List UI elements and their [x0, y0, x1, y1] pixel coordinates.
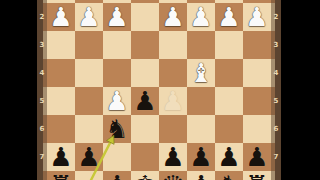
square-b7[interactable]: ♟	[215, 143, 243, 171]
square-g7[interactable]: ♟	[75, 143, 103, 171]
square-h6[interactable]	[47, 115, 75, 143]
piece-black-bishop[interactable]: ♝	[103, 171, 131, 180]
piece-black-pawn[interactable]: ♟	[131, 87, 159, 115]
square-g4[interactable]	[75, 59, 103, 87]
piece-white-pawn[interactable]: ♟	[103, 87, 131, 115]
square-h7[interactable]: ♟	[47, 143, 75, 171]
ghost-piece-white-pawn: ♟	[159, 87, 187, 115]
piece-black-pawn[interactable]: ♟	[243, 143, 271, 171]
square-h2[interactable]: ♟	[47, 3, 75, 31]
piece-black-king[interactable]: ♚	[131, 171, 159, 180]
square-g8[interactable]	[75, 171, 103, 180]
rank-label-6: 6	[37, 115, 47, 143]
rank-label-7: 7	[271, 143, 281, 171]
piece-white-pawn[interactable]: ♟	[243, 3, 271, 31]
piece-black-pawn[interactable]: ♟	[159, 143, 187, 171]
piece-black-rook[interactable]: ♜	[243, 171, 271, 180]
piece-black-pawn[interactable]: ♟	[47, 143, 75, 171]
rank-label-5: 5	[37, 87, 47, 115]
square-h3[interactable]	[47, 31, 75, 59]
rank-label-6: 6	[271, 115, 281, 143]
square-e5[interactable]: ♟	[131, 87, 159, 115]
border-notch	[271, 171, 275, 180]
square-a3[interactable]	[243, 31, 271, 59]
square-b4[interactable]	[215, 59, 243, 87]
square-e6[interactable]	[131, 115, 159, 143]
piece-white-pawn[interactable]: ♟	[215, 3, 243, 31]
square-a5[interactable]	[243, 87, 271, 115]
board-viewport: 234567 234567 ♜♞♚♛♝♞♜♟♟♟♟♟♟♟♝♟♟♟♞♟♟♟♟♟♟♜…	[0, 0, 320, 180]
square-c2[interactable]: ♟	[187, 3, 215, 31]
square-a4[interactable]	[243, 59, 271, 87]
square-d6[interactable]	[159, 115, 187, 143]
piece-black-knight[interactable]: ♞	[215, 171, 243, 180]
square-e4[interactable]	[131, 59, 159, 87]
square-c4[interactable]: ♝	[187, 59, 215, 87]
piece-black-pawn[interactable]: ♟	[75, 143, 103, 171]
rank-label-2: 2	[271, 3, 281, 31]
piece-white-pawn[interactable]: ♟	[75, 3, 103, 31]
square-f2[interactable]: ♟	[103, 3, 131, 31]
square-b6[interactable]	[215, 115, 243, 143]
square-b5[interactable]	[215, 87, 243, 115]
square-a8[interactable]: ♜	[243, 171, 271, 180]
square-g3[interactable]	[75, 31, 103, 59]
square-b3[interactable]	[215, 31, 243, 59]
piece-white-bishop[interactable]: ♝	[187, 59, 215, 87]
square-g5[interactable]	[75, 87, 103, 115]
square-f7[interactable]	[103, 143, 131, 171]
square-e8[interactable]: ♚	[131, 171, 159, 180]
square-b8[interactable]: ♞	[215, 171, 243, 180]
square-e2[interactable]	[131, 3, 159, 31]
square-d8[interactable]: ♛	[159, 171, 187, 180]
square-d5[interactable]: ♟	[159, 87, 187, 115]
piece-black-rook[interactable]: ♜	[47, 171, 75, 180]
square-d7[interactable]: ♟	[159, 143, 187, 171]
square-a6[interactable]	[243, 115, 271, 143]
square-c7[interactable]: ♟	[187, 143, 215, 171]
piece-black-pawn[interactable]: ♟	[187, 143, 215, 171]
square-e3[interactable]	[131, 31, 159, 59]
square-h5[interactable]	[47, 87, 75, 115]
square-b2[interactable]: ♟	[215, 3, 243, 31]
piece-black-pawn[interactable]: ♟	[215, 143, 243, 171]
chess-board: ♜♞♚♛♝♞♜♟♟♟♟♟♟♟♝♟♟♟♞♟♟♟♟♟♟♜♝♚♛♝♞♜	[47, 0, 271, 180]
square-g6[interactable]	[75, 115, 103, 143]
square-f3[interactable]	[103, 31, 131, 59]
piece-black-bishop[interactable]: ♝	[187, 171, 215, 180]
square-f8[interactable]: ♝	[103, 171, 131, 180]
square-c8[interactable]: ♝	[187, 171, 215, 180]
square-a7[interactable]: ♟	[243, 143, 271, 171]
square-c5[interactable]	[187, 87, 215, 115]
square-f5[interactable]: ♟	[103, 87, 131, 115]
square-h8[interactable]: ♜	[47, 171, 75, 180]
piece-black-knight[interactable]: ♞	[103, 115, 131, 143]
square-f6[interactable]: ♞	[103, 115, 131, 143]
rank-label-2: 2	[37, 3, 47, 31]
rank-label-7: 7	[37, 143, 47, 171]
square-a2[interactable]: ♟	[243, 3, 271, 31]
square-g2[interactable]: ♟	[75, 3, 103, 31]
square-c3[interactable]	[187, 31, 215, 59]
square-d4[interactable]	[159, 59, 187, 87]
square-f4[interactable]	[103, 59, 131, 87]
right-rank-labels-strip: 234567	[271, 0, 281, 180]
rank-label-4: 4	[271, 59, 281, 87]
square-e7[interactable]	[131, 143, 159, 171]
piece-black-queen[interactable]: ♛	[159, 171, 187, 180]
square-h4[interactable]	[47, 59, 75, 87]
piece-white-pawn[interactable]: ♟	[159, 3, 187, 31]
rank-label-4: 4	[37, 59, 47, 87]
square-d3[interactable]	[159, 31, 187, 59]
piece-white-pawn[interactable]: ♟	[47, 3, 75, 31]
rank-label-3: 3	[37, 31, 47, 59]
piece-white-pawn[interactable]: ♟	[103, 3, 131, 31]
rank-label-5: 5	[271, 87, 281, 115]
rank-label-3: 3	[271, 31, 281, 59]
square-c6[interactable]	[187, 115, 215, 143]
square-d2[interactable]: ♟	[159, 3, 187, 31]
left-rank-labels-strip: 234567	[37, 0, 47, 180]
piece-white-pawn[interactable]: ♟	[187, 3, 215, 31]
